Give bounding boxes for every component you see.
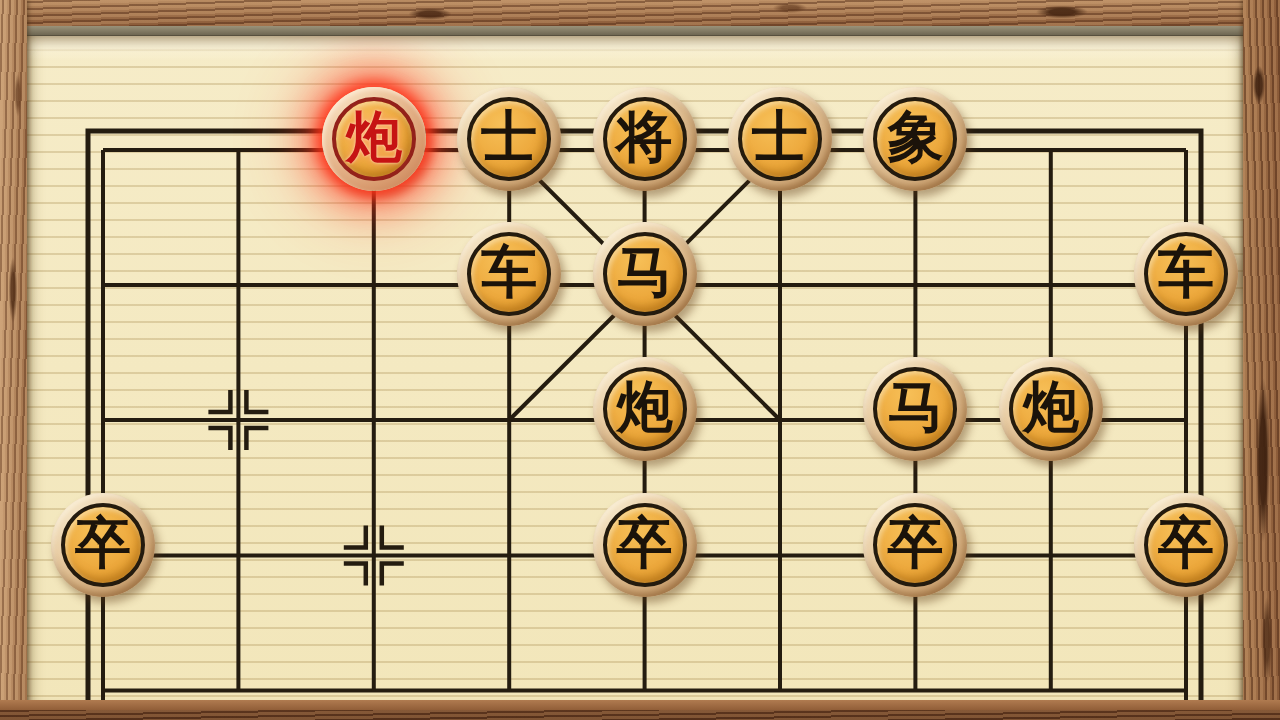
piece-glyph: 象 [887, 109, 943, 165]
piece-black-horse-right[interactable]: 马 [863, 357, 967, 461]
piece-glyph: 卒 [1158, 515, 1214, 571]
piece-black-soldier-file5[interactable]: 卒 [593, 493, 697, 597]
piece-glyph: 马 [617, 244, 673, 300]
wood-frame-right [1243, 0, 1280, 720]
piece-face: 炮 [1009, 367, 1093, 451]
point-marker [344, 526, 366, 548]
piece-black-cannon-center[interactable]: 炮 [593, 357, 697, 461]
piece-face: 卒 [603, 503, 687, 587]
piece-face: 车 [1144, 232, 1228, 316]
wood-frame-bottom-edge [0, 700, 1280, 710]
point-marker [208, 390, 230, 412]
piece-face: 象 [873, 97, 957, 181]
wood-frame-top-edge [0, 26, 1280, 36]
piece-glyph: 炮 [1023, 379, 1079, 435]
piece-glyph: 车 [1158, 244, 1214, 300]
point-marker [246, 428, 268, 450]
piece-red-cannon[interactable]: 炮 [322, 87, 426, 191]
piece-face: 卒 [1144, 503, 1228, 587]
piece-glyph: 卒 [617, 515, 673, 571]
piece-face: 士 [738, 97, 822, 181]
piece-black-soldier-file1[interactable]: 卒 [51, 493, 155, 597]
piece-black-chariot-right[interactable]: 车 [1134, 222, 1238, 326]
piece-face: 马 [873, 367, 957, 451]
piece-black-elephant[interactable]: 象 [863, 87, 967, 191]
xiangqi-board-screen: 炮士将士象车马车炮马炮卒卒卒卒 [0, 0, 1280, 720]
wood-frame-bottom [0, 710, 1280, 720]
piece-black-general[interactable]: 将 [593, 87, 697, 191]
point-marker [382, 526, 404, 548]
piece-glyph: 炮 [346, 109, 402, 165]
piece-glyph: 士 [752, 109, 808, 165]
piece-face: 士 [467, 97, 551, 181]
piece-black-chariot-left[interactable]: 车 [457, 222, 561, 326]
point-marker [208, 428, 230, 450]
point-marker [246, 390, 268, 412]
piece-black-advisor-right[interactable]: 士 [728, 87, 832, 191]
piece-face: 炮 [603, 367, 687, 451]
point-marker [344, 564, 366, 586]
piece-face: 马 [603, 232, 687, 316]
piece-black-soldier-file9[interactable]: 卒 [1134, 493, 1238, 597]
piece-face: 将 [603, 97, 687, 181]
piece-glyph: 车 [481, 244, 537, 300]
piece-face: 车 [467, 232, 551, 316]
piece-glyph: 士 [481, 109, 537, 165]
piece-black-cannon-right[interactable]: 炮 [999, 357, 1103, 461]
piece-face: 卒 [61, 503, 145, 587]
point-marker [382, 564, 404, 586]
piece-face: 炮 [332, 97, 416, 181]
piece-glyph: 马 [887, 379, 943, 435]
piece-glyph: 卒 [887, 515, 943, 571]
piece-black-soldier-file7[interactable]: 卒 [863, 493, 967, 597]
piece-glyph: 将 [617, 109, 673, 165]
piece-black-horse-center[interactable]: 马 [593, 222, 697, 326]
piece-glyph: 卒 [75, 515, 131, 571]
piece-glyph: 炮 [617, 379, 673, 435]
wood-frame-left [0, 0, 27, 720]
piece-face: 卒 [873, 503, 957, 587]
wood-frame-top [0, 0, 1280, 26]
piece-black-advisor-left[interactable]: 士 [457, 87, 561, 191]
